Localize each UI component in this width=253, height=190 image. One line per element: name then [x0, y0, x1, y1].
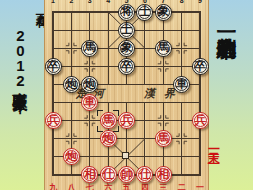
file-label-top: 1 [51, 0, 55, 4]
file-label-top: 8 [180, 0, 184, 4]
file-label-bottom: 一 [196, 184, 204, 190]
piece-black-advisor[interactable]: 士 [118, 22, 135, 39]
piece-red-horse[interactable]: 馬 [155, 130, 172, 147]
file-label-top: 4 [106, 0, 110, 4]
piece-black-soldier[interactable]: 卒 [118, 58, 135, 75]
piece-red-cannon[interactable]: 炮 [100, 130, 117, 147]
xiangqi-board: 楚河 漢界 123456789九八七六五四三二一 将士象士馬象馬卒卒卒炮炮車車兵… [44, 0, 209, 190]
piece-black-elephant[interactable]: 象 [118, 40, 135, 57]
event-name: 2012年象甲联赛 [10, 27, 29, 77]
file-label-bottom: 三 [159, 184, 167, 190]
piece-black-chariot[interactable]: 車 [173, 76, 190, 93]
scene: 万春林 2012年象甲联赛 楚河 漢界 123456789九八七六五四三二一 将… [0, 0, 253, 190]
file-label-bottom: 四 [141, 184, 149, 190]
file-label-bottom: 五 [123, 184, 131, 190]
file-label-bottom: 七 [86, 184, 94, 190]
piece-black-horse[interactable]: 馬 [155, 40, 172, 57]
piece-black-advisor[interactable]: 士 [136, 4, 153, 21]
file-label-top: 2 [69, 0, 73, 4]
last-move-origin-marker [122, 152, 129, 159]
piece-red-soldier[interactable]: 兵 [45, 112, 62, 129]
piece-black-horse[interactable]: 馬 [81, 40, 98, 57]
piece-black-soldier[interactable]: 卒 [45, 58, 62, 75]
piece-black-elephant[interactable]: 象 [155, 4, 172, 21]
piece-red-horse[interactable]: 馬 [100, 112, 117, 129]
piece-black-general[interactable]: 将 [118, 4, 135, 21]
piece-black-cannon[interactable]: 炮 [63, 76, 80, 93]
file-label-bottom: 九 [49, 184, 57, 190]
piece-red-advisor[interactable]: 仕 [100, 166, 117, 183]
file-label-top: 9 [198, 0, 202, 4]
piece-red-soldier[interactable]: 兵 [192, 112, 209, 129]
piece-black-soldier[interactable]: 卒 [192, 58, 209, 75]
file-label-bottom: 二 [178, 184, 186, 190]
file-label-bottom: 六 [104, 184, 112, 190]
file-label-top: 3 [88, 0, 92, 4]
file-label-bottom: 八 [67, 184, 75, 190]
